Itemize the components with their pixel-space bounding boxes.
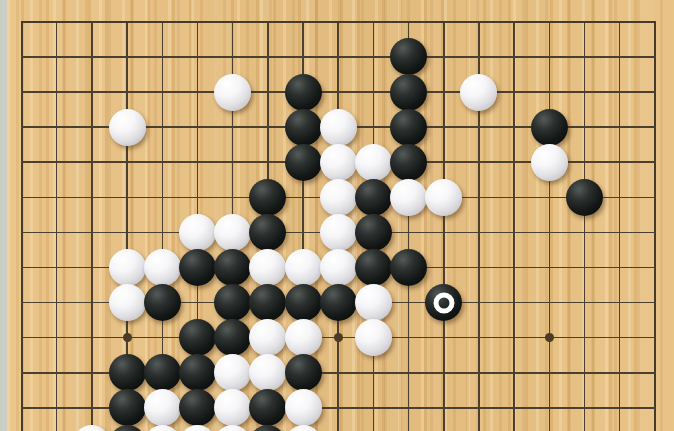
black-stone (285, 284, 322, 321)
grid-line (549, 21, 551, 431)
star-point (334, 333, 343, 342)
black-stone (320, 284, 357, 321)
page-margin (0, 0, 7, 431)
grid-line (21, 21, 656, 23)
white-stone (179, 214, 216, 251)
black-stone (144, 354, 181, 391)
white-stone (109, 109, 146, 146)
star-point (123, 333, 132, 342)
black-stone (355, 214, 392, 251)
black-stone (355, 179, 392, 216)
black-stone (179, 354, 216, 391)
white-stone (390, 179, 427, 216)
last-move-marker (433, 292, 454, 313)
white-stone (425, 179, 462, 216)
white-stone (320, 214, 357, 251)
white-stone (285, 249, 322, 286)
black-stone (109, 389, 146, 426)
white-stone (214, 74, 251, 111)
white-stone (355, 284, 392, 321)
black-stone (285, 354, 322, 391)
white-stone (144, 249, 181, 286)
grid-line (619, 21, 621, 431)
white-stone (355, 319, 392, 356)
black-stone (355, 249, 392, 286)
white-stone (285, 389, 322, 426)
black-stone (285, 74, 322, 111)
black-stone (249, 179, 286, 216)
grid-line (56, 21, 58, 431)
black-stone (214, 284, 251, 321)
grid-line (654, 21, 656, 431)
black-stone (179, 249, 216, 286)
black-stone (390, 249, 427, 286)
black-stone (249, 214, 286, 251)
white-stone (320, 249, 357, 286)
white-stone (214, 214, 251, 251)
grid-line (91, 21, 93, 431)
white-stone (144, 389, 181, 426)
white-stone (320, 109, 357, 146)
grid-line (443, 21, 445, 431)
white-stone (460, 74, 497, 111)
black-stone (390, 74, 427, 111)
black-stone (390, 144, 427, 181)
white-stone (109, 284, 146, 321)
go-app-viewport (0, 0, 674, 431)
grid-line (584, 21, 586, 431)
black-stone (214, 249, 251, 286)
grid-line (21, 56, 656, 58)
black-stone (285, 109, 322, 146)
black-stone (109, 354, 146, 391)
black-stone (144, 284, 181, 321)
black-stone (390, 109, 427, 146)
grid-line (513, 21, 515, 431)
white-stone (320, 179, 357, 216)
white-stone (320, 144, 357, 181)
white-stone (285, 319, 322, 356)
black-stone (566, 179, 603, 216)
grid-line (21, 91, 656, 93)
white-stone (531, 144, 568, 181)
white-stone (355, 144, 392, 181)
black-stone (285, 144, 322, 181)
black-stone (179, 319, 216, 356)
grid-line (21, 21, 23, 431)
star-point (545, 333, 554, 342)
white-stone (109, 249, 146, 286)
black-stone (531, 109, 568, 146)
